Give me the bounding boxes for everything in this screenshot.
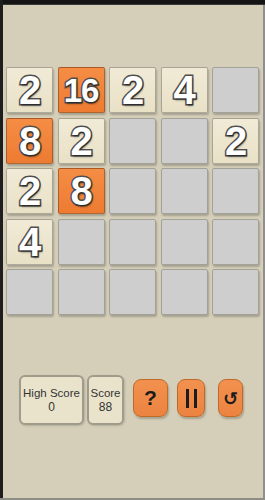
tile-r3c5 (212, 168, 259, 214)
tile-r1c4: 4 (161, 67, 208, 113)
tile-r1c5 (212, 67, 259, 113)
tile-r2c4 (161, 118, 208, 164)
tile-value: 4 (19, 222, 40, 262)
help-button[interactable]: ? (133, 379, 168, 417)
tile-r3c1: 2 (6, 168, 53, 214)
tile-value: 2 (70, 121, 91, 161)
window-left-border (0, 0, 3, 500)
high-score-label: High Score (23, 386, 80, 400)
score-box: Score 88 (87, 375, 124, 425)
tile-r1c1: 2 (6, 67, 53, 113)
tile-r4c3 (109, 219, 156, 265)
tile-r1c2: 16 (58, 67, 105, 113)
tile-r5c2 (58, 269, 105, 315)
tile-r5c3 (109, 269, 156, 315)
tile-r2c5: 2 (212, 118, 259, 164)
score-value: 88 (99, 400, 112, 415)
tile-value: 8 (70, 171, 91, 211)
window-right-border (263, 5, 265, 500)
tile-r5c4 (161, 269, 208, 315)
restart-button[interactable]: ↺ (218, 379, 243, 417)
tile-r5c5 (212, 269, 259, 315)
tile-value: 2 (19, 70, 40, 110)
tile-r3c4 (161, 168, 208, 214)
pause-icon (186, 389, 197, 408)
tile-value: 8 (19, 121, 40, 161)
app-window: 21624822284 High Score 0 Score 88 ? ↺ (0, 0, 265, 500)
tile-r3c3 (109, 168, 156, 214)
window-top-bar (0, 0, 265, 5)
tile-r3c2: 8 (58, 168, 105, 214)
high-score-value: 0 (48, 400, 55, 415)
tile-value: 16 (64, 74, 99, 107)
tile-value: 2 (122, 70, 143, 110)
tile-r2c2: 2 (58, 118, 105, 164)
score-label: Score (90, 386, 120, 400)
tile-r4c4 (161, 219, 208, 265)
tile-value: 4 (173, 70, 194, 110)
tile-value: 2 (225, 121, 246, 161)
restart-icon: ↺ (223, 388, 238, 409)
tile-value: 2 (19, 171, 40, 211)
high-score-box: High Score 0 (19, 375, 84, 425)
board-grid[interactable]: 21624822284 (6, 67, 259, 315)
tile-r2c3 (109, 118, 156, 164)
tile-r5c1 (6, 269, 53, 315)
tile-r4c5 (212, 219, 259, 265)
tile-r2c1: 8 (6, 118, 53, 164)
question-mark-icon: ? (144, 386, 157, 410)
tile-r1c3: 2 (109, 67, 156, 113)
pause-button[interactable] (177, 379, 205, 417)
tile-r4c2 (58, 219, 105, 265)
tile-r4c1: 4 (6, 219, 53, 265)
